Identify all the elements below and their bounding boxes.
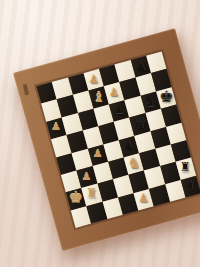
- scene: ♟♟♝♟♟♟♞♚♛♟♟♟♞♚♜♜♟♜: [0, 0, 200, 267]
- piece-white-pawn[interactable]: ♟: [89, 73, 99, 84]
- piece-white-bishop[interactable]: ♝: [92, 90, 105, 104]
- board: ♟♟♝♟♟♟♞♚♛♟♟♟♞♚♜♜♟♜: [36, 51, 200, 227]
- frame-brand-mark: [23, 84, 29, 96]
- piece-white-king[interactable]: ♚: [69, 190, 83, 206]
- piece-black-knight[interactable]: ♞: [144, 94, 157, 108]
- piece-white-pawn[interactable]: ♟: [52, 122, 62, 133]
- piece-black-rook[interactable]: ♜: [180, 162, 191, 174]
- piece-black-pawn[interactable]: ♟: [136, 60, 146, 71]
- piece-white-pawn[interactable]: ♟: [93, 149, 103, 160]
- piece-black-queen[interactable]: ♛: [133, 116, 146, 131]
- piece-black-king[interactable]: ♚: [159, 89, 173, 105]
- piece-white-pawn[interactable]: ♟: [82, 171, 92, 182]
- piece-white-rook[interactable]: ♜: [86, 188, 97, 200]
- board-frame: ♟♟♝♟♟♟♞♚♛♟♟♟♞♚♜♜♟♜: [13, 28, 200, 251]
- piece-black-pawn[interactable]: ♟: [114, 104, 124, 115]
- piece-black-rook[interactable]: ♜: [185, 179, 196, 191]
- piece-white-knight[interactable]: ♞: [128, 156, 141, 170]
- piece-white-pawn[interactable]: ♟: [109, 87, 119, 98]
- piece-white-pawn[interactable]: ♟: [139, 193, 149, 204]
- piece-black-pawn[interactable]: ♟: [124, 140, 134, 151]
